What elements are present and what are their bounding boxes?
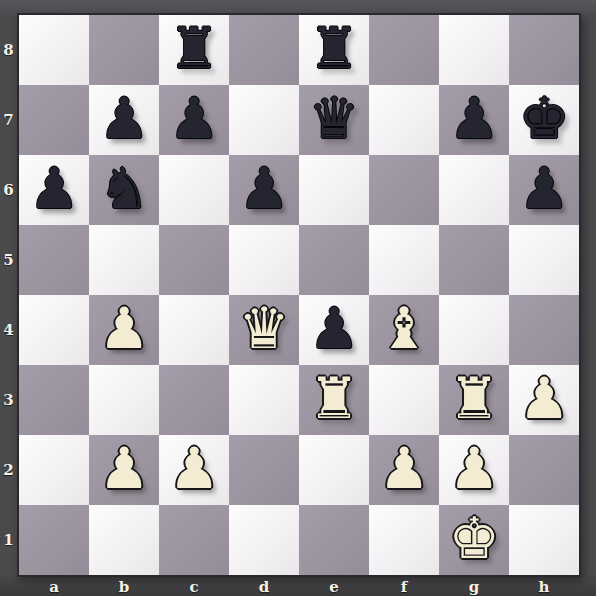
piece-black-rook-c8[interactable]: ♜ [168, 13, 219, 83]
square-e6[interactable] [299, 155, 369, 225]
square-a4[interactable] [19, 295, 89, 365]
piece-white-pawn-h3[interactable]: ♟ [518, 363, 569, 433]
piece-white-rook-e3[interactable]: ♜ [308, 363, 359, 433]
square-d7[interactable] [229, 85, 299, 155]
square-c5[interactable] [159, 225, 229, 295]
piece-white-king-g1[interactable]: ♚ [448, 503, 499, 573]
square-f4[interactable]: ♝ [369, 295, 439, 365]
file-label-b: b [89, 577, 159, 596]
square-a3[interactable] [19, 365, 89, 435]
piece-black-pawn-c7[interactable]: ♟ [168, 83, 219, 153]
square-h3[interactable]: ♟ [509, 365, 579, 435]
file-label-e: e [299, 577, 369, 596]
piece-white-pawn-b2[interactable]: ♟ [98, 433, 149, 503]
square-g1[interactable]: ♚ [439, 505, 509, 575]
piece-black-rook-e8[interactable]: ♜ [308, 13, 359, 83]
square-e5[interactable] [299, 225, 369, 295]
square-e7[interactable]: ♛ [299, 85, 369, 155]
chess-board-frame: ♜♜♟♟♛♟♚♟♞♟♟♟♛♟♝♜♜♟♟♟♟♟♚ 87654321 abcdefg… [0, 0, 596, 596]
square-d8[interactable] [229, 15, 299, 85]
piece-black-pawn-e4[interactable]: ♟ [308, 293, 359, 363]
board: ♜♜♟♟♛♟♚♟♞♟♟♟♛♟♝♜♜♟♟♟♟♟♚ [17, 13, 581, 577]
square-g3[interactable]: ♜ [439, 365, 509, 435]
square-h4[interactable] [509, 295, 579, 365]
file-label-f: f [369, 577, 439, 596]
square-e4[interactable]: ♟ [299, 295, 369, 365]
square-b1[interactable] [89, 505, 159, 575]
square-f2[interactable]: ♟ [369, 435, 439, 505]
rank-label-2: 2 [0, 435, 17, 505]
square-a8[interactable] [19, 15, 89, 85]
square-b8[interactable] [89, 15, 159, 85]
square-b6[interactable]: ♞ [89, 155, 159, 225]
square-f7[interactable] [369, 85, 439, 155]
piece-white-rook-g3[interactable]: ♜ [448, 363, 499, 433]
file-label-c: c [159, 577, 229, 596]
rank-label-6: 6 [0, 155, 17, 225]
square-h7[interactable]: ♚ [509, 85, 579, 155]
piece-black-pawn-a6[interactable]: ♟ [28, 153, 79, 223]
file-label-g: g [439, 577, 509, 596]
rank-label-7: 7 [0, 85, 17, 155]
file-label-a: a [19, 577, 89, 596]
rank-label-3: 3 [0, 365, 17, 435]
square-g6[interactable] [439, 155, 509, 225]
square-g8[interactable] [439, 15, 509, 85]
square-b4[interactable]: ♟ [89, 295, 159, 365]
square-e1[interactable] [299, 505, 369, 575]
piece-white-pawn-c2[interactable]: ♟ [168, 433, 219, 503]
square-e8[interactable]: ♜ [299, 15, 369, 85]
square-b2[interactable]: ♟ [89, 435, 159, 505]
piece-white-queen-d4[interactable]: ♛ [238, 293, 289, 363]
square-a2[interactable] [19, 435, 89, 505]
piece-black-knight-b6[interactable]: ♞ [98, 153, 149, 223]
square-c3[interactable] [159, 365, 229, 435]
square-h6[interactable]: ♟ [509, 155, 579, 225]
square-h8[interactable] [509, 15, 579, 85]
square-b5[interactable] [89, 225, 159, 295]
square-h2[interactable] [509, 435, 579, 505]
square-h5[interactable] [509, 225, 579, 295]
rank-label-5: 5 [0, 225, 17, 295]
square-d6[interactable]: ♟ [229, 155, 299, 225]
piece-white-pawn-g2[interactable]: ♟ [448, 433, 499, 503]
square-a6[interactable]: ♟ [19, 155, 89, 225]
square-d3[interactable] [229, 365, 299, 435]
piece-black-queen-e7[interactable]: ♛ [308, 83, 359, 153]
piece-black-king-h7[interactable]: ♚ [518, 83, 569, 153]
piece-white-bishop-f4[interactable]: ♝ [378, 293, 429, 363]
square-g7[interactable]: ♟ [439, 85, 509, 155]
square-f1[interactable] [369, 505, 439, 575]
square-e2[interactable] [299, 435, 369, 505]
piece-black-pawn-b7[interactable]: ♟ [98, 83, 149, 153]
square-a7[interactable] [19, 85, 89, 155]
square-b3[interactable] [89, 365, 159, 435]
piece-black-pawn-h6[interactable]: ♟ [518, 153, 569, 223]
square-d2[interactable] [229, 435, 299, 505]
square-h1[interactable] [509, 505, 579, 575]
square-f6[interactable] [369, 155, 439, 225]
square-c8[interactable]: ♜ [159, 15, 229, 85]
file-label-h: h [509, 577, 579, 596]
square-g2[interactable]: ♟ [439, 435, 509, 505]
square-g4[interactable] [439, 295, 509, 365]
square-a1[interactable] [19, 505, 89, 575]
square-d1[interactable] [229, 505, 299, 575]
piece-black-pawn-d6[interactable]: ♟ [238, 153, 289, 223]
square-c6[interactable] [159, 155, 229, 225]
rank-label-1: 1 [0, 505, 17, 575]
square-f8[interactable] [369, 15, 439, 85]
square-d4[interactable]: ♛ [229, 295, 299, 365]
square-a5[interactable] [19, 225, 89, 295]
piece-white-pawn-f2[interactable]: ♟ [378, 433, 429, 503]
square-f3[interactable] [369, 365, 439, 435]
rank-label-4: 4 [0, 295, 17, 365]
square-c4[interactable] [159, 295, 229, 365]
square-g5[interactable] [439, 225, 509, 295]
rank-label-8: 8 [0, 15, 17, 85]
square-d5[interactable] [229, 225, 299, 295]
piece-black-pawn-g7[interactable]: ♟ [448, 83, 499, 153]
square-e3[interactable]: ♜ [299, 365, 369, 435]
piece-white-pawn-b4[interactable]: ♟ [98, 293, 149, 363]
file-label-d: d [229, 577, 299, 596]
square-c2[interactable]: ♟ [159, 435, 229, 505]
square-f5[interactable] [369, 225, 439, 295]
square-b7[interactable]: ♟ [89, 85, 159, 155]
square-c7[interactable]: ♟ [159, 85, 229, 155]
square-c1[interactable] [159, 505, 229, 575]
